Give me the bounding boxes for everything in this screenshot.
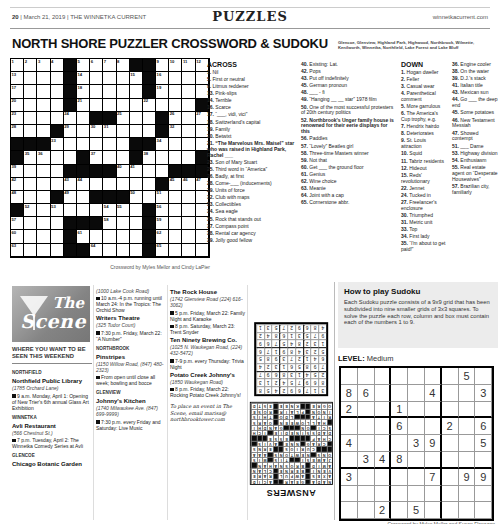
crossword-cell: 7 [103,59,116,72]
clue-number: 50 [130,190,135,195]
crossword-answer-cell: E [283,403,288,408]
clue-number: 5 [77,59,79,64]
sudoku-answer-cell: 2 [287,324,295,332]
clue-down-46: 46. New Testament Messiah [452,118,498,130]
clue-number: 2 [25,59,27,64]
clue-across-17: 17. “___, vidi, vici” [207,112,295,118]
crossword-cell [90,204,103,217]
crossword-cell [130,99,143,112]
crossword-cell: 8 [117,59,130,72]
sudoku-answer-cell: 3 [318,386,326,394]
clue-across-34: 34. Sea eagle [207,209,295,215]
crossword-answer-cell: S [251,457,256,462]
crossword-cell: 14 [77,72,90,85]
crossword-answer-cell: A [326,473,331,478]
sudoku-cell: 2 [341,402,358,419]
crossword-answer-black-cell [300,441,305,446]
crossword-answer-black-cell [310,425,315,430]
crossword-black-cell [103,191,116,204]
sudoku-answer-cell: 7 [272,340,280,348]
answers-label-rotated: ANSWERS [250,488,332,498]
sudoku-cell [475,368,492,385]
crossword-cell [130,85,143,98]
crossword-black-cell [156,178,169,191]
clue-number: 23 [12,111,17,116]
crossword-black-cell [90,165,103,178]
crossword-answer-cell: E [289,419,294,424]
sudoku-cell [341,486,358,503]
sudoku-cell: 2 [442,418,459,435]
crossword-answer-black-cell [305,414,310,419]
crossword-black-cell [103,112,116,125]
crossword-cell [143,112,156,125]
clue-number: 53 [51,204,56,209]
clue-down-2: 2. Feller [401,77,447,83]
crossword-cell [51,99,64,112]
crossword-cell [130,204,143,217]
crossword-answer-cell: A [262,419,267,424]
crossword-answer-cell: T [289,452,294,457]
sudoku-answer-cell: 8 [264,355,272,363]
crossword-answer-cell: R [316,403,321,408]
how-to-play-text: Each Sudoku puzzle consists of a 9x9 gri… [344,299,492,326]
scene-divider-3 [247,285,248,520]
crossword-cell: 41 [130,165,143,178]
crossword-cell: 2 [24,59,37,72]
sudoku-cell: 3 [341,469,358,486]
clue-number: 47 [196,177,201,182]
crossword-answer-cell: N [278,462,283,467]
crossword-answer-cell: G [305,441,310,446]
crossword-answer-cell: T [283,457,288,462]
sudoku-cell [459,452,476,469]
square-bullet-icon [170,325,174,329]
crossword-answer-black-cell [300,414,305,419]
website-url: winnetkacurrent.com [433,14,488,20]
crossword-answer-cell: A [251,452,256,457]
crossword-answer-cell: H [267,462,272,467]
clue-across-40: 40. Existing: Lat. [301,62,394,68]
sudoku-cell [425,502,442,519]
crossword-answer-cell: C [267,468,272,473]
crossword-cell [51,244,64,257]
clue-number: 62 [157,230,162,235]
crossword-black-cell [130,138,143,151]
crossword-answer-cell: G [300,478,305,483]
crossword-answer-cell: L [305,419,310,424]
crossword-grid: 1234567891011121314151617181920212223242… [10,58,210,258]
crossword-cell: 63 [11,244,24,257]
crossword-black-cell [143,217,156,230]
crossword-answer-cell: N [300,425,305,430]
crossword-answer-cell: A [273,462,278,467]
crossword-answer-black-cell [294,425,299,430]
crossword-answer-black-cell [294,457,299,462]
crossword-cell [103,72,116,85]
crossword-answer-cell: G [278,425,283,430]
crossword-answer-cell: J [326,457,331,462]
crossword-answer-cell: H [251,430,256,435]
clue-down-8: 8. Deteriorates [401,131,447,137]
crossword-answer-cell: D [262,425,267,430]
clue-down-57: 57. Brazilian city, familiarly [452,184,498,196]
clue-number: 63 [12,243,17,248]
sudoku-cell [358,418,375,435]
sudoku-answer-cell: 8 [295,340,303,348]
sudoku-cell [358,435,375,452]
clue-number: 28 [12,124,17,129]
sudoku-cell [425,368,442,385]
sudoku-answer-cell: 2 [272,379,280,387]
crossword-cell [117,151,130,164]
crossword-answer-cell: S [310,430,315,435]
scene-event: 7-9 p.m. every Thursday: Trivia Night [170,358,246,370]
crossword-answer-cell: E [321,468,326,473]
crossword-cell [143,191,156,204]
header-bottom-rule [10,28,490,29]
sudoku-answer-cell: 3 [279,355,287,363]
crossword-answer-cell: D [326,430,331,435]
clue-number: 34 [157,138,162,143]
clue-across-35: 35. Rock that stands out [207,217,295,223]
clue-number: 15 [130,72,135,77]
clue-number: 64 [91,243,96,248]
crossword-cell: 19 [156,85,169,98]
sudoku-answer-cell: 6 [303,324,311,332]
sudoku-answer-cell: 2 [264,363,272,371]
sudoku-answer-cell: 4 [303,371,311,379]
crossword-answer-cell: R [256,419,261,424]
clue-down-22: 22. Jennet [401,186,447,192]
crossword-cell [117,138,130,151]
crossword-answer-cell: S [305,457,310,462]
sudoku-answer-cell: 9 [287,386,295,394]
scene-venue-name: Avli Restaurant [12,423,90,430]
clue-down-30: 30. Triumphed [401,213,447,219]
scene-city-label: NORTHFIELD [12,370,90,376]
crossword-cell [37,244,50,257]
crossword-answer-cell: F [300,408,305,413]
down-clues-column-2: 36. Engine cooler38. On the water39. D.J… [452,62,498,197]
crossword-answer-cell: C [321,441,326,446]
crossword-cell: 53 [51,204,64,217]
crossword-cell [169,151,182,164]
crossword-black-cell [64,85,77,98]
clue-number: 29 [64,124,69,129]
crossword-answer-cell: R [267,473,272,478]
crossword-cell [182,204,195,217]
across-clues-column-2: 40. Existing: Lat.42. Pops43. Put off in… [301,62,394,207]
clue-number: 27 [196,111,201,116]
crossword-answer-cell: E [294,468,299,473]
crossword-answer-black-cell [305,473,310,478]
crossword-cell: 44 [77,178,90,191]
sudoku-answer-cell: 9 [295,324,303,332]
sudoku-cell [391,385,408,402]
clue-across-5: 5. First or neutral [207,77,295,83]
clue-down-34: 34. First lady [401,234,447,240]
sudoku-answer-cell: 5 [287,379,295,387]
crossword-answer-black-cell [278,441,283,446]
sudoku-level: LEVEL: Medium [338,354,393,363]
crossword-answer-cell: N [267,425,272,430]
crossword-cell: 3 [37,59,50,72]
clue-down-39: 39. D.J.'s stack [452,76,498,82]
crossword-cell: 29 [64,125,77,138]
crossword-answer-cell: A [256,452,261,457]
clue-number: 7 [104,59,106,64]
clue-number: 57 [12,217,17,222]
crossword-black-cell [103,165,116,178]
crossword-answer-cell: I [256,457,261,462]
crossword-cell [24,217,37,230]
crossword-answer-cell: P [310,435,315,440]
crossword-cell: 33 [51,138,64,151]
crossword-cell: 39 [11,165,24,178]
crossword-black-cell [156,112,169,125]
crossword-cell [90,85,103,98]
crossword-answer-cell: C [256,430,261,435]
crossword-answer-cell: O [262,408,267,413]
crossword-answer-cell: A [267,478,272,483]
crossword-answer-cell: O [326,452,331,457]
crossword-cell [103,138,116,151]
crossword-cell [117,217,130,230]
clue-across-25: 25. Third word in “America” [207,167,295,173]
crossword-answer-cell: S [278,435,283,440]
sudoku-cell: 4 [375,452,392,469]
sudoku-answer-cell: 9 [279,347,287,355]
crossword-cell [90,230,103,243]
crossword-cell: 4 [51,59,64,72]
clue-across-1: 1. Nil [207,70,295,76]
crossword-cell [169,244,182,257]
crossword-answer-cell: S [256,441,261,446]
sudoku-cell [459,502,476,519]
crossword-black-cell [51,125,64,138]
crossword-cell [103,99,116,112]
clue-number: 38 [143,151,148,156]
crossword-answer-cell: O [283,452,288,457]
crossword-answer-black-cell [305,468,310,473]
sudoku-answer-cell: 3 [303,347,311,355]
sudoku-cell [425,402,442,419]
sudoku-answer-cell: 6 [279,332,287,340]
crossword-cell [103,178,116,191]
sudoku-cell: 9 [425,435,442,452]
crossword-cell: 42 [11,178,24,191]
header-top-rule [10,7,490,8]
crossword-cell [143,165,156,178]
clue-number: 48 [12,190,17,195]
crossword-cell: 6 [90,59,103,72]
crossword-answer-cell: N [256,446,261,451]
crossword-black-cell [90,112,103,125]
sudoku-answer-cell: 3 [272,363,280,371]
crossword-answer-cell: R [256,473,261,478]
crossword-answer-cell: O [300,419,305,424]
crossword-answer-cell: U [305,446,310,451]
crossword-cell [37,217,50,230]
crossword-answer-cell: W [294,419,299,424]
crossword-answer-black-cell [251,435,256,440]
crossword-answer-black-cell [278,446,283,451]
sudoku-cell [475,402,492,419]
crossword-cell [130,125,143,138]
crossword-cell: 50 [130,191,143,204]
clue-number: 54 [104,204,109,209]
sudoku-answer-cell: 7 [318,363,326,371]
crossword-cell: 15 [130,72,143,85]
crossword-cell: 54 [103,204,116,217]
crossword-cell [37,191,50,204]
crossword-answer-black-cell [251,462,256,467]
crossword-answer-cell: O [267,419,272,424]
crossword-cell [130,178,143,191]
clue-down-1: 1. Hogan dweller [401,70,447,76]
crossword-answer-black-cell [262,435,267,440]
crossword-cell: 13 [11,72,24,85]
crossword-answer-cell: I [321,414,326,419]
crossword-byline: Crossword by Myles Mellor and Cindy LaPi… [60,264,210,270]
crossword-answer-cell: E [300,452,305,457]
sudoku-cell: 1 [391,402,408,419]
crossword-answer-cell: R [326,414,331,419]
crossword-answer-black-cell [273,468,278,473]
sudoku-answer-cell: 7 [279,324,287,332]
sudoku-answer-cell: 6 [311,379,319,387]
sudoku-cell: 8 [341,385,358,402]
clue-number: 17 [12,85,17,90]
crossword-cell [196,244,209,257]
crossword-answer-black-cell [305,403,310,408]
crossword-cell [24,165,37,178]
crossword-answer-cell: M [321,462,326,467]
crossword-cell [51,85,64,98]
sudoku-answer-cell: 9 [264,371,272,379]
crossword-cell [182,112,195,125]
crossword-answer-black-cell [310,452,315,457]
crossword-answer-cell: S [256,408,261,413]
crossword-cell: 21 [77,99,90,112]
sudoku-cell [375,435,392,452]
crossword-black-cell [64,59,77,72]
scene-venue-name: Pinstripes [96,354,164,361]
clue-across-37: 37. Compass point [207,224,295,230]
clue-number: 41 [130,164,135,169]
crossword-cell: 22 [143,99,156,112]
crossword-answer-cell: S [251,446,256,451]
clue-number: 46 [183,177,188,182]
clue-down-3: 3. Casual wear [401,84,447,90]
sudoku-cell [358,502,375,519]
clue-number: 14 [77,72,82,77]
crossword-answer-black-cell [305,478,310,483]
crossword-black-cell [182,165,195,178]
clue-number: 10 [170,59,175,64]
clue-number: 60 [12,230,17,235]
crossword-answer-cell: D [310,462,315,467]
crossword-answer-cell: A [321,478,326,483]
clue-number: 19 [157,85,162,90]
clue-across-20: 20. Betwixt [207,134,295,140]
crossword-answer-black-cell [300,403,305,408]
sudoku-cell [375,402,392,419]
crossword-cell: 57 [11,217,24,230]
crossword-cell [182,99,195,112]
crossword-answer-cell: R [300,446,305,451]
clue-down-4: 4. Parenthetical comment [401,91,447,103]
sudoku-cell [459,385,476,402]
crossword-cell [169,72,182,85]
newspaper-puzzles-page: 20 | March 21, 2019 | THE WINNETKA CURRE… [0,0,500,524]
crossword-answer-cell: A [273,441,278,446]
crossword-cell [24,230,37,243]
crossword-black-cell [117,191,130,204]
clue-number: 44 [77,177,82,182]
crossword-cell [182,85,195,98]
crossword-answer-cell: E [251,408,256,413]
crossword-answer-cell: S [273,435,278,440]
crossword-cell [37,125,50,138]
sudoku-answer-cell: 2 [295,355,303,363]
clue-across-42: 42. Pops [301,69,394,75]
crossword-answer-cell: X [321,473,326,478]
crossword-answer-cell: I [310,468,315,473]
sudoku-answer-cell: 5 [295,363,303,371]
region-list: Glencoe, Glenview, Highland Park, Highwo… [338,40,496,50]
scene-venue-name: Northfield Public Library [12,378,90,385]
clue-down-33: 33. Top [401,227,447,233]
sudoku-cell: 9 [459,469,476,486]
crossword-answer-cell: C [326,435,331,440]
crossword-cell: 46 [182,178,195,191]
crossword-cell: 30 [90,125,103,138]
sudoku-answer-cell: 9 [256,340,264,348]
clue-down-36: 36. Engine cooler [452,62,498,68]
crossword-answer-black-cell [283,425,288,430]
clue-down-15: 15. Reds' revolutionary [401,173,447,185]
sudoku-cell [425,418,442,435]
crossword-cell: 25 [117,112,130,125]
clue-across-38: 38. Rental car agency [207,231,295,237]
sudoku-answer-cell: 1 [272,347,280,355]
crossword-answer-cell: I [278,430,283,435]
crossword-answer-cell: E [278,468,283,473]
crossword-cell: 51 [156,191,169,204]
clue-number: 30 [91,124,96,129]
clue-number: 4 [51,59,53,64]
sudoku-answer-cell: 2 [256,332,264,340]
sudoku-answer-cell: 3 [311,340,319,348]
crossword-black-cell [37,138,50,151]
scene-city-label: GLENCOE [12,453,90,459]
clue-number: 39 [12,164,17,169]
crossword-answer-cell: E [267,403,272,408]
scene-venue-name: Writers Theatre [96,315,164,322]
crossword-answer-cell: I [326,408,331,413]
clue-number: 6 [91,59,93,64]
clue-across-13: 13. Pink-slips [207,91,295,97]
crossword-cell [130,112,143,125]
crossword-cell [169,230,182,243]
square-bullet-icon [12,394,16,398]
crossword-cell: 1 [11,59,24,72]
sudoku-answer-cell: 6 [295,386,303,394]
clue-down-35: 35. “I'm about to get paid!” [401,241,447,253]
crossword-cell: 37 [90,151,103,164]
crossword-cell [37,204,50,217]
